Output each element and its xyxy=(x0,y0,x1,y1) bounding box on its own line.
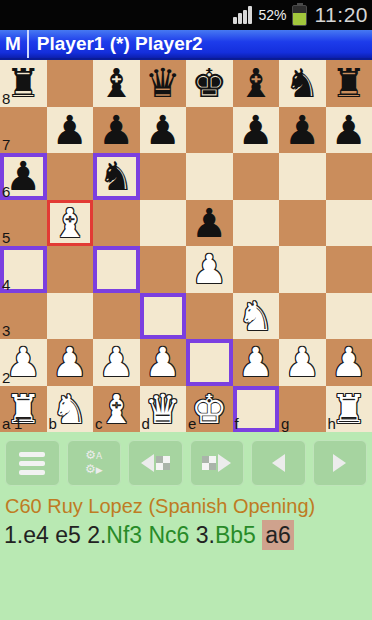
square-e5[interactable]: ♟ xyxy=(186,200,233,247)
move-segment-2[interactable]: 3. xyxy=(196,522,215,548)
chess-board: ♜8♝♛♚♝♞♜7♟♟♟♟♟♟♟6♞5♝♟4♟3♞♟2♟♟♟♟♟♟♜a1♞b♝c… xyxy=(0,60,372,432)
square-f2[interactable]: ♟ xyxy=(233,339,280,386)
square-c4[interactable] xyxy=(93,246,140,293)
square-f6[interactable] xyxy=(233,153,280,200)
rank-label-8: 8 xyxy=(2,91,10,106)
move-segment-4-current[interactable]: a6 xyxy=(262,520,294,550)
back-board-icon xyxy=(141,454,170,472)
square-h8[interactable]: ♜ xyxy=(326,60,372,107)
white-rook-a1: ♜ xyxy=(5,386,41,432)
clock: 11:20 xyxy=(315,3,369,27)
square-f3[interactable]: ♞ xyxy=(233,293,280,340)
white-king-e1: ♚ xyxy=(191,386,227,432)
square-g4[interactable] xyxy=(279,246,326,293)
title-bar: M Player1 (*) Player2 xyxy=(0,30,372,60)
square-a7[interactable]: 7 xyxy=(0,107,47,154)
white-pawn-e4: ♟ xyxy=(191,246,227,292)
black-pawn-g7: ♟ xyxy=(284,107,320,153)
square-a8[interactable]: ♜8 xyxy=(0,60,47,107)
square-d5[interactable] xyxy=(140,200,187,247)
rank-label-4: 4 xyxy=(2,277,10,292)
square-e7[interactable] xyxy=(186,107,233,154)
file-label-h: h xyxy=(328,416,336,431)
black-pawn-h7: ♟ xyxy=(331,107,367,153)
square-c3[interactable] xyxy=(93,293,140,340)
white-bishop-c1: ♝ xyxy=(98,386,134,432)
square-e1[interactable]: ♚e xyxy=(186,386,233,433)
square-g5[interactable] xyxy=(279,200,326,247)
file-label-b: b xyxy=(49,416,57,431)
square-b2[interactable]: ♟ xyxy=(47,339,94,386)
page-title: Player1 (*) Player2 xyxy=(29,33,203,55)
black-pawn-b7: ♟ xyxy=(52,107,88,153)
black-bishop-f8: ♝ xyxy=(238,60,274,106)
white-knight-b1: ♞ xyxy=(52,386,88,432)
white-pawn-c2: ♟ xyxy=(98,339,134,385)
square-g8[interactable]: ♞ xyxy=(279,60,326,107)
square-f8[interactable]: ♝ xyxy=(233,60,280,107)
white-pawn-b2: ♟ xyxy=(52,339,88,385)
menu-shortcut-button[interactable]: M xyxy=(0,33,27,55)
square-b5[interactable]: ♝ xyxy=(47,200,94,247)
white-pawn-a2: ♟ xyxy=(5,339,41,385)
square-f7[interactable]: ♟ xyxy=(233,107,280,154)
square-d1[interactable]: ♛d xyxy=(140,386,187,433)
bottom-panel: ⚙A⚙▶ C60 Ruy Lopez (Spanish Opening) 1.e… xyxy=(0,432,372,620)
square-b6[interactable] xyxy=(47,153,94,200)
rank-label-5: 5 xyxy=(2,230,10,245)
status-bar: 52% 11:20 xyxy=(0,0,372,30)
square-d4[interactable] xyxy=(140,246,187,293)
square-c5[interactable] xyxy=(93,200,140,247)
square-c8[interactable]: ♝ xyxy=(93,60,140,107)
hamburger-icon xyxy=(19,452,45,475)
file-label-e: e xyxy=(188,416,196,431)
white-knight-f3: ♞ xyxy=(238,293,274,339)
move-segment-3[interactable]: Bb5 xyxy=(215,522,262,548)
black-king-e8: ♚ xyxy=(191,60,227,106)
black-pawn-c7: ♟ xyxy=(98,107,134,153)
signal-icon xyxy=(233,6,252,24)
square-c2[interactable]: ♟ xyxy=(93,339,140,386)
square-a6[interactable]: ♟6 xyxy=(0,153,47,200)
opening-name: C60 Ruy Lopez (Spanish Opening) xyxy=(0,486,372,518)
black-pawn-a6: ♟ xyxy=(5,153,41,199)
previous-move-button[interactable] xyxy=(251,440,306,486)
square-b4[interactable] xyxy=(47,246,94,293)
square-h3[interactable] xyxy=(326,293,372,340)
forward-board-icon xyxy=(202,454,231,472)
file-label-d: d xyxy=(142,416,150,431)
next-move-button[interactable] xyxy=(313,440,368,486)
square-b1[interactable]: ♞b xyxy=(47,386,94,433)
black-pawn-d7: ♟ xyxy=(145,107,181,153)
square-g2[interactable]: ♟ xyxy=(279,339,326,386)
square-e8[interactable]: ♚ xyxy=(186,60,233,107)
square-a5[interactable]: 5 xyxy=(0,200,47,247)
square-e2[interactable] xyxy=(186,339,233,386)
engine-mode-button[interactable]: ⚙A⚙▶ xyxy=(67,440,122,486)
rank-label-6: 6 xyxy=(2,184,10,199)
battery-icon xyxy=(292,5,307,26)
square-f1[interactable]: f xyxy=(233,386,280,433)
move-segment-1[interactable]: Nf3 Nc6 xyxy=(106,522,195,548)
jump-to-start-button[interactable] xyxy=(128,440,183,486)
white-pawn-d2: ♟ xyxy=(145,339,181,385)
square-f4[interactable] xyxy=(233,246,280,293)
rank-label-1: 1 xyxy=(14,416,22,431)
square-g7[interactable]: ♟ xyxy=(279,107,326,154)
black-queen-d8: ♛ xyxy=(145,60,181,106)
menu-button[interactable] xyxy=(5,440,60,486)
square-e4[interactable]: ♟ xyxy=(186,246,233,293)
square-d8[interactable]: ♛ xyxy=(140,60,187,107)
white-bishop-b5: ♝ xyxy=(52,200,88,246)
square-a3[interactable]: 3 xyxy=(0,293,47,340)
square-b8[interactable] xyxy=(47,60,94,107)
square-f5[interactable] xyxy=(233,200,280,247)
chess-app-window: 52% 11:20 M Player1 (*) Player2 ♜8♝♛♚♝♞♜… xyxy=(0,0,372,620)
move-list[interactable]: 1.e4 e5 2.Nf3 Nc6 3.Bb5 a6 xyxy=(0,518,372,549)
gears-analysis-play-icon: ⚙A⚙▶ xyxy=(85,449,103,477)
black-rook-h8: ♜ xyxy=(331,60,367,106)
file-label-c: c xyxy=(95,416,103,431)
arrow-left-icon xyxy=(272,454,285,472)
battery-percent: 52% xyxy=(258,7,286,23)
rank-label-3: 3 xyxy=(2,323,10,338)
square-a2[interactable]: ♟2 xyxy=(0,339,47,386)
square-a1[interactable]: ♜a1 xyxy=(0,386,47,433)
square-h7[interactable]: ♟ xyxy=(326,107,372,154)
square-b7[interactable]: ♟ xyxy=(47,107,94,154)
white-pawn-f2: ♟ xyxy=(238,339,274,385)
jump-to-end-button[interactable] xyxy=(190,440,245,486)
square-h6[interactable] xyxy=(326,153,372,200)
white-pawn-g2: ♟ xyxy=(284,339,320,385)
black-pawn-f7: ♟ xyxy=(238,107,274,153)
white-queen-d1: ♛ xyxy=(145,386,181,432)
square-h2[interactable]: ♟ xyxy=(326,339,372,386)
square-h1[interactable]: ♜h xyxy=(326,386,372,433)
square-g6[interactable] xyxy=(279,153,326,200)
square-g1[interactable]: g xyxy=(279,386,326,433)
move-segment-0[interactable]: 1.e4 e5 2. xyxy=(4,522,106,548)
square-c6[interactable]: ♞ xyxy=(93,153,140,200)
square-g3[interactable] xyxy=(279,293,326,340)
white-rook-h1: ♜ xyxy=(331,386,367,432)
square-c1[interactable]: ♝c xyxy=(93,386,140,433)
file-label-g: g xyxy=(281,416,289,431)
arrow-right-icon xyxy=(333,454,346,472)
square-e6[interactable] xyxy=(186,153,233,200)
square-c7[interactable]: ♟ xyxy=(93,107,140,154)
square-d3[interactable] xyxy=(140,293,187,340)
square-e3[interactable] xyxy=(186,293,233,340)
square-d6[interactable] xyxy=(140,153,187,200)
black-knight-c6: ♞ xyxy=(98,153,134,199)
rank-label-2: 2 xyxy=(2,370,10,385)
black-rook-a8: ♜ xyxy=(5,60,41,106)
square-a4[interactable]: 4 xyxy=(0,246,47,293)
file-label-f: f xyxy=(235,416,239,431)
rank-label-7: 7 xyxy=(2,137,10,152)
square-h4[interactable] xyxy=(326,246,372,293)
black-knight-g8: ♞ xyxy=(284,60,320,106)
square-d7[interactable]: ♟ xyxy=(140,107,187,154)
black-bishop-c8: ♝ xyxy=(98,60,134,106)
square-d2[interactable]: ♟ xyxy=(140,339,187,386)
square-b3[interactable] xyxy=(47,293,94,340)
toolbar: ⚙A⚙▶ xyxy=(0,432,372,486)
black-pawn-e5: ♟ xyxy=(191,200,227,246)
white-pawn-h2: ♟ xyxy=(331,339,367,385)
file-label-a: a xyxy=(2,416,10,431)
square-h5[interactable] xyxy=(326,200,372,247)
